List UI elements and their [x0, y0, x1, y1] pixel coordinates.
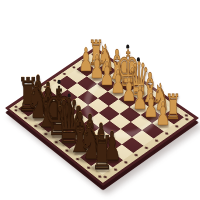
- piece-white-pawn[interactable]: ♟: [148, 98, 177, 130]
- chess-set-photo: ♜♞♝♛♚♝♞♜♟♟♟♟♟♟♟♟♟♟♟♟♟♟♟♟♜♞♝♛♚♝♞♜: [0, 0, 200, 200]
- piece-black-rook[interactable]: ♜: [81, 130, 122, 176]
- black-finial-tip: [137, 57, 140, 61]
- band-inlay-mark: [134, 154, 137, 156]
- band-inlay-mark: [145, 147, 148, 149]
- black-finial-tip: [57, 79, 60, 83]
- white-pawn-glyph: ♟: [155, 98, 170, 130]
- black-finial-tip: [68, 94, 71, 98]
- band-inlay-mark: [155, 139, 158, 141]
- black-finial-tip: [126, 45, 129, 49]
- black-rook-glyph: ♜: [91, 130, 113, 176]
